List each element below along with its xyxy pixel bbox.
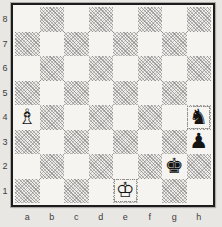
square-a2[interactable] <box>15 154 40 179</box>
square-h2[interactable] <box>187 154 212 179</box>
rank-labels: 87654321 <box>0 7 10 203</box>
square-e6[interactable] <box>113 56 138 81</box>
square-h4[interactable]: ♞ <box>187 105 212 130</box>
file-label-c: c <box>64 212 89 222</box>
square-g4[interactable] <box>162 105 187 130</box>
square-h3[interactable]: ♟ <box>187 130 212 155</box>
square-g7[interactable] <box>162 32 187 57</box>
square-b8[interactable] <box>40 7 65 32</box>
square-c6[interactable] <box>64 56 89 81</box>
square-c8[interactable] <box>64 7 89 32</box>
square-a6[interactable] <box>15 56 40 81</box>
square-d3[interactable] <box>89 130 114 155</box>
rank-label-6: 6 <box>0 56 10 81</box>
black-knight-h4[interactable]: ♞ <box>188 107 209 128</box>
square-e1[interactable]: ♔ <box>113 179 138 204</box>
square-g1[interactable] <box>162 179 187 204</box>
square-f1[interactable] <box>138 179 163 204</box>
square-g6[interactable] <box>162 56 187 81</box>
square-e2[interactable] <box>113 154 138 179</box>
square-c5[interactable] <box>64 81 89 106</box>
file-label-d: d <box>89 212 114 222</box>
file-label-g: g <box>162 212 187 222</box>
white-bishop-a4[interactable]: ♗ <box>15 105 39 129</box>
rank-label-8: 8 <box>0 7 10 32</box>
square-e8[interactable] <box>113 7 138 32</box>
black-king-g2[interactable]: ♚ <box>162 154 186 178</box>
square-b6[interactable] <box>40 56 65 81</box>
square-b7[interactable] <box>40 32 65 57</box>
rank-label-4: 4 <box>0 105 10 130</box>
square-b3[interactable] <box>40 130 65 155</box>
square-f6[interactable] <box>138 56 163 81</box>
file-label-a: a <box>15 212 40 222</box>
square-g5[interactable] <box>162 81 187 106</box>
white-king-e1[interactable]: ♔ <box>115 180 136 201</box>
rank-label-5: 5 <box>0 81 10 106</box>
square-b1[interactable] <box>40 179 65 204</box>
square-e5[interactable] <box>113 81 138 106</box>
square-c2[interactable] <box>64 154 89 179</box>
square-b2[interactable] <box>40 154 65 179</box>
file-label-e: e <box>113 212 138 222</box>
square-d4[interactable] <box>89 105 114 130</box>
square-h5[interactable] <box>187 81 212 106</box>
square-a7[interactable] <box>15 32 40 57</box>
board-frame: ♗♞♟♚♔ <box>11 3 215 207</box>
square-d8[interactable] <box>89 7 114 32</box>
square-g8[interactable] <box>162 7 187 32</box>
square-c3[interactable] <box>64 130 89 155</box>
square-f2[interactable] <box>138 154 163 179</box>
square-a5[interactable] <box>15 81 40 106</box>
square-a1[interactable] <box>15 179 40 204</box>
square-f7[interactable] <box>138 32 163 57</box>
square-h8[interactable] <box>187 7 212 32</box>
square-d5[interactable] <box>89 81 114 106</box>
square-c4[interactable] <box>64 105 89 130</box>
square-h7[interactable] <box>187 32 212 57</box>
square-b5[interactable] <box>40 81 65 106</box>
square-g3[interactable] <box>162 130 187 155</box>
chess-diagram: 87654321 ♗♞♟♚♔ abcdefgh <box>0 0 222 227</box>
square-c7[interactable] <box>64 32 89 57</box>
square-d6[interactable] <box>89 56 114 81</box>
square-d2[interactable] <box>89 154 114 179</box>
board-grid: ♗♞♟♚♔ <box>15 7 211 203</box>
rank-label-3: 3 <box>0 130 10 155</box>
square-e7[interactable] <box>113 32 138 57</box>
square-d1[interactable] <box>89 179 114 204</box>
file-labels: abcdefgh <box>15 212 211 222</box>
file-label-h: h <box>187 212 212 222</box>
square-f5[interactable] <box>138 81 163 106</box>
square-f3[interactable] <box>138 130 163 155</box>
square-a8[interactable] <box>15 7 40 32</box>
file-label-b: b <box>40 212 65 222</box>
square-h6[interactable] <box>187 56 212 81</box>
square-a3[interactable] <box>15 130 40 155</box>
square-f8[interactable] <box>138 7 163 32</box>
square-a4[interactable]: ♗ <box>15 105 40 130</box>
square-c1[interactable] <box>64 179 89 204</box>
square-e4[interactable] <box>113 105 138 130</box>
square-f4[interactable] <box>138 105 163 130</box>
rank-label-7: 7 <box>0 32 10 57</box>
square-g2[interactable]: ♚ <box>162 154 187 179</box>
square-h1[interactable] <box>187 179 212 204</box>
square-b4[interactable] <box>40 105 65 130</box>
square-d7[interactable] <box>89 32 114 57</box>
rank-label-1: 1 <box>0 179 10 204</box>
rank-label-2: 2 <box>0 154 10 179</box>
black-pawn-h3[interactable]: ♟ <box>187 130 211 154</box>
file-label-f: f <box>138 212 163 222</box>
square-e3[interactable] <box>113 130 138 155</box>
